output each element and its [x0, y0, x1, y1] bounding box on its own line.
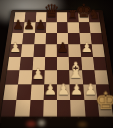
chess-board[interactable]: ♛♜♚♞♟♟♟♟♟♟♟♝♟♟♟♟♚: [0, 12, 112, 116]
square-g5[interactable]: ♟: [80, 45, 93, 57]
piece-black-pawn[interactable]: ♟: [34, 19, 45, 31]
square-a5[interactable]: ♟: [9, 45, 22, 57]
foreground-speck: [78, 122, 87, 127]
square-c7[interactable]: ♟: [34, 22, 45, 33]
foreground-speck: [26, 121, 36, 127]
piece-black-knight[interactable]: ♞: [88, 7, 100, 20]
square-f8[interactable]: ♜: [67, 12, 78, 22]
square-h7[interactable]: [89, 22, 101, 33]
square-g7[interactable]: [78, 22, 90, 33]
square-d5[interactable]: [45, 45, 57, 57]
square-a4[interactable]: [7, 57, 21, 70]
piece-black-pawn[interactable]: ♟: [23, 19, 34, 31]
piece-white-pawn[interactable]: ♟: [70, 82, 83, 96]
square-b5[interactable]: [21, 45, 34, 57]
square-c5[interactable]: [33, 45, 45, 57]
square-f1[interactable]: [70, 100, 85, 117]
square-e2[interactable]: ♟: [57, 84, 70, 100]
square-b4[interactable]: [19, 57, 32, 70]
foreground-blur: [0, 117, 113, 128]
square-d8[interactable]: ♛: [46, 12, 57, 22]
square-h1[interactable]: ♚: [97, 100, 113, 117]
piece-white-pawn[interactable]: ♟: [80, 41, 92, 54]
square-a7[interactable]: ♟: [12, 22, 24, 33]
square-c2[interactable]: [30, 84, 44, 100]
square-c6[interactable]: [33, 33, 45, 44]
piece-white-king[interactable]: ♚: [94, 90, 113, 113]
square-b1[interactable]: [14, 100, 29, 117]
square-e5[interactable]: ♟: [57, 45, 69, 57]
square-a3[interactable]: [5, 70, 19, 84]
square-a2[interactable]: [3, 84, 18, 100]
chess-board-frame: ♛♜♚♞♟♟♟♟♟♟♟♝♟♟♟♟♚ abcdefgh: [0, 10, 113, 123]
piece-white-pawn[interactable]: ♟: [31, 68, 44, 82]
square-f6[interactable]: [68, 33, 80, 44]
piece-white-pawn[interactable]: ♟: [9, 41, 21, 54]
square-b6[interactable]: [22, 33, 34, 44]
piece-black-rook[interactable]: ♜: [67, 9, 77, 20]
square-h4[interactable]: [92, 57, 106, 70]
piece-white-bishop[interactable]: ♝: [66, 61, 85, 81]
square-d1[interactable]: [42, 100, 56, 117]
foreground-speck: [38, 120, 45, 126]
square-d7[interactable]: [45, 22, 56, 33]
piece-black-pawn[interactable]: ♟: [56, 41, 68, 54]
square-f7[interactable]: [67, 22, 78, 33]
square-h5[interactable]: [91, 45, 104, 57]
piece-black-pawn[interactable]: ♟: [12, 19, 23, 31]
square-a1[interactable]: [0, 100, 16, 117]
square-e7[interactable]: [57, 22, 68, 33]
square-c1[interactable]: [28, 100, 43, 117]
square-h8[interactable]: ♞: [88, 12, 100, 22]
square-b2[interactable]: [16, 84, 31, 100]
square-c3[interactable]: ♟: [31, 70, 44, 84]
square-f5[interactable]: [68, 45, 80, 57]
square-d4[interactable]: [44, 57, 56, 70]
square-e1[interactable]: [57, 100, 71, 117]
square-b7[interactable]: ♟: [23, 22, 35, 33]
square-b3[interactable]: [18, 70, 32, 84]
square-g8[interactable]: ♚: [77, 12, 88, 22]
square-d6[interactable]: [45, 33, 57, 44]
piece-white-pawn[interactable]: ♟: [56, 82, 69, 96]
square-d2[interactable]: ♟: [43, 84, 56, 100]
scene: ♛♜♚♞♟♟♟♟♟♟♟♝♟♟♟♟♚ abcdefgh: [0, 0, 113, 128]
square-f2[interactable]: ♟: [69, 84, 83, 100]
piece-white-pawn[interactable]: ♟: [43, 82, 56, 96]
